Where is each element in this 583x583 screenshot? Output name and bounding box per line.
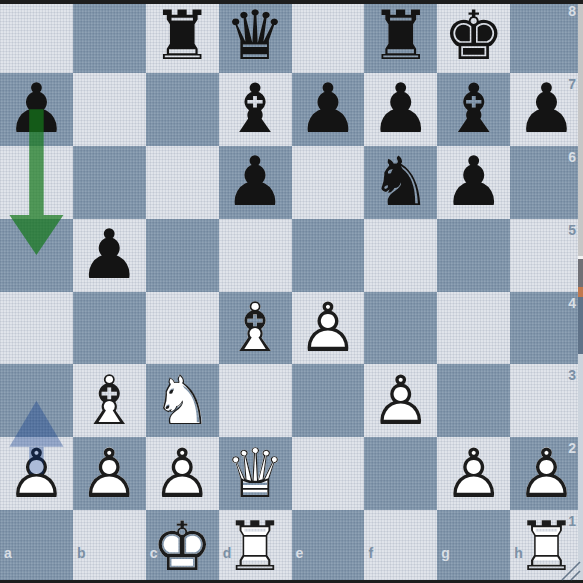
square-g3[interactable] bbox=[437, 364, 510, 437]
black-pawn-e7[interactable]: ♟ bbox=[292, 73, 365, 146]
square-h6[interactable] bbox=[510, 146, 583, 219]
square-b8[interactable] bbox=[73, 0, 146, 73]
black-bishop-d7[interactable]: ♝ bbox=[219, 73, 292, 146]
scrollbar-segment bbox=[578, 297, 583, 354]
square-d3[interactable] bbox=[219, 364, 292, 437]
square-e5[interactable] bbox=[292, 219, 365, 292]
square-c4[interactable] bbox=[146, 292, 219, 365]
black-pawn-a7[interactable]: ♟ bbox=[0, 73, 73, 146]
scrollbar-segment bbox=[578, 354, 583, 583]
white-pawn-g2[interactable]: ♟♙ bbox=[437, 437, 510, 510]
square-a3[interactable] bbox=[0, 364, 73, 437]
square-c7[interactable] bbox=[146, 73, 219, 146]
black-pawn-g6[interactable]: ♟ bbox=[437, 146, 510, 219]
square-a4[interactable] bbox=[0, 292, 73, 365]
black-bishop-g7[interactable]: ♝ bbox=[437, 73, 510, 146]
square-f1[interactable] bbox=[364, 510, 437, 583]
white-pawn-e4[interactable]: ♟♙ bbox=[292, 292, 365, 365]
black-pawn-f7[interactable]: ♟ bbox=[364, 73, 437, 146]
black-knight-f6[interactable]: ♞ bbox=[364, 146, 437, 219]
white-king-c1[interactable]: ♚♔ bbox=[146, 510, 219, 583]
scrollbar-segment bbox=[578, 4, 583, 256]
scrollbar-segment bbox=[578, 287, 583, 297]
square-d5[interactable] bbox=[219, 219, 292, 292]
square-e2[interactable] bbox=[292, 437, 365, 510]
white-pawn-c2[interactable]: ♟♙ bbox=[146, 437, 219, 510]
square-g4[interactable] bbox=[437, 292, 510, 365]
square-b4[interactable] bbox=[73, 292, 146, 365]
black-queen-d8[interactable]: ♛ bbox=[219, 0, 292, 73]
square-g5[interactable] bbox=[437, 219, 510, 292]
white-bishop-d4[interactable]: ♝♗ bbox=[219, 292, 292, 365]
square-f2[interactable] bbox=[364, 437, 437, 510]
square-c5[interactable] bbox=[146, 219, 219, 292]
black-pawn-d6[interactable]: ♟ bbox=[219, 146, 292, 219]
chess-board-panel: 87654321abcdefgh ♜♛♜♚♟♝♟♟♝♟♟♞♟♟♝♗♟♙♝♗♞♘♟… bbox=[0, 0, 583, 583]
square-f4[interactable] bbox=[364, 292, 437, 365]
board-resize-handle[interactable] bbox=[560, 560, 582, 582]
window-top-edge bbox=[0, 0, 583, 4]
square-a5[interactable] bbox=[0, 219, 73, 292]
black-king-g8[interactable]: ♚ bbox=[437, 0, 510, 73]
white-pawn-a2[interactable]: ♟♙ bbox=[0, 437, 73, 510]
black-rook-c8[interactable]: ♜ bbox=[146, 0, 219, 73]
square-a6[interactable] bbox=[0, 146, 73, 219]
square-h4[interactable] bbox=[510, 292, 583, 365]
square-b1[interactable] bbox=[73, 510, 146, 583]
scrollbar[interactable] bbox=[578, 4, 583, 583]
square-b6[interactable] bbox=[73, 146, 146, 219]
white-bishop-b3[interactable]: ♝♗ bbox=[73, 364, 146, 437]
white-rook-d1[interactable]: ♜♖ bbox=[219, 510, 292, 583]
square-b7[interactable] bbox=[73, 73, 146, 146]
square-e8[interactable] bbox=[292, 0, 365, 73]
square-g1[interactable] bbox=[437, 510, 510, 583]
square-e6[interactable] bbox=[292, 146, 365, 219]
white-queen-d2[interactable]: ♛♕ bbox=[219, 437, 292, 510]
white-pawn-f3[interactable]: ♟♙ bbox=[364, 364, 437, 437]
square-f5[interactable] bbox=[364, 219, 437, 292]
square-h3[interactable] bbox=[510, 364, 583, 437]
square-e1[interactable] bbox=[292, 510, 365, 583]
white-pawn-h2[interactable]: ♟♙ bbox=[510, 437, 583, 510]
black-rook-f8[interactable]: ♜ bbox=[364, 0, 437, 73]
white-knight-c3[interactable]: ♞♘ bbox=[146, 364, 219, 437]
square-a8[interactable] bbox=[0, 0, 73, 73]
square-c6[interactable] bbox=[146, 146, 219, 219]
scrollbar-segment bbox=[578, 259, 583, 287]
black-pawn-b5[interactable]: ♟ bbox=[73, 219, 146, 292]
square-a1[interactable] bbox=[0, 510, 73, 583]
square-h5[interactable] bbox=[510, 219, 583, 292]
square-h8[interactable] bbox=[510, 0, 583, 73]
black-pawn-h7[interactable]: ♟ bbox=[510, 73, 583, 146]
square-e3[interactable] bbox=[292, 364, 365, 437]
white-pawn-b2[interactable]: ♟♙ bbox=[73, 437, 146, 510]
